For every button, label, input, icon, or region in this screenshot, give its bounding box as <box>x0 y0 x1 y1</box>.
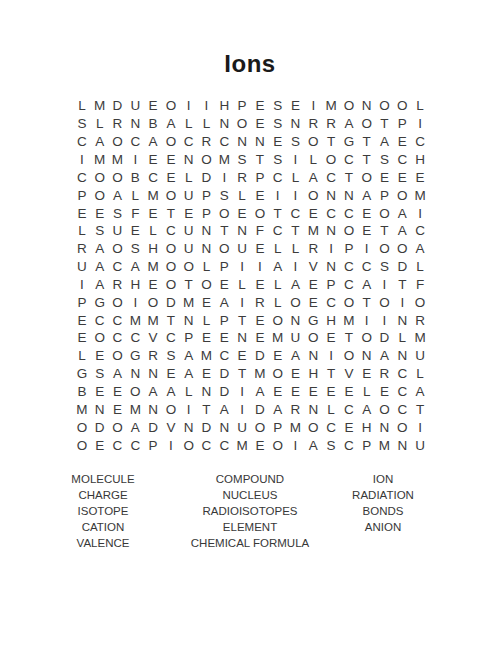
grid-cell[interactable]: R <box>109 115 127 133</box>
grid-cell[interactable]: A <box>304 436 322 454</box>
grid-cell[interactable]: U <box>233 240 251 258</box>
grid-cell[interactable]: O <box>251 204 269 222</box>
grid-cell[interactable]: O <box>287 293 305 311</box>
grid-cell[interactable]: G <box>340 133 358 151</box>
grid-cell[interactable]: O <box>358 168 376 186</box>
grid-cell[interactable]: D <box>393 258 411 276</box>
grid-cell[interactable]: T <box>269 204 287 222</box>
grid-cell[interactable]: I <box>251 258 269 276</box>
grid-cell[interactable]: A <box>287 276 305 294</box>
grid-cell[interactable]: D <box>162 293 180 311</box>
grid-cell[interactable]: N <box>144 365 162 383</box>
grid-cell[interactable]: I <box>287 436 305 454</box>
grid-cell[interactable]: C <box>287 204 305 222</box>
grid-cell[interactable]: C <box>109 436 127 454</box>
grid-cell[interactable]: N <box>322 222 340 240</box>
grid-cell[interactable]: O <box>91 186 109 204</box>
grid-cell[interactable]: A <box>411 240 429 258</box>
grid-cell[interactable]: R <box>251 293 269 311</box>
grid-cell[interactable]: E <box>91 204 109 222</box>
grid-cell[interactable]: O <box>180 436 198 454</box>
grid-cell[interactable]: H <box>215 97 233 115</box>
grid-cell[interactable]: A <box>91 276 109 294</box>
grid-cell[interactable]: E <box>411 168 429 186</box>
grid-cell[interactable]: T <box>322 133 340 151</box>
grid-cell[interactable]: E <box>269 347 287 365</box>
grid-cell[interactable]: N <box>198 240 216 258</box>
grid-cell[interactable]: E <box>304 383 322 401</box>
grid-cell[interactable]: D <box>198 168 216 186</box>
grid-cell[interactable]: M <box>144 186 162 204</box>
grid-cell[interactable]: L <box>304 151 322 169</box>
grid-cell[interactable]: S <box>91 365 109 383</box>
grid-cell[interactable]: O <box>393 186 411 204</box>
grid-cell[interactable]: V <box>304 258 322 276</box>
grid-cell[interactable]: E <box>233 204 251 222</box>
grid-cell[interactable]: L <box>393 329 411 347</box>
grid-cell[interactable]: E <box>91 347 109 365</box>
grid-cell[interactable]: O <box>376 240 394 258</box>
grid-cell[interactable]: O <box>215 204 233 222</box>
grid-cell[interactable]: I <box>411 418 429 436</box>
grid-cell[interactable]: C <box>340 400 358 418</box>
grid-cell[interactable]: E <box>233 347 251 365</box>
grid-cell[interactable]: N <box>180 151 198 169</box>
grid-cell[interactable]: O <box>358 115 376 133</box>
grid-cell[interactable]: U <box>411 347 429 365</box>
grid-cell[interactable]: F <box>126 204 144 222</box>
grid-cell[interactable]: C <box>109 258 127 276</box>
grid-cell[interactable]: A <box>358 186 376 204</box>
grid-cell[interactable]: T <box>411 400 429 418</box>
grid-cell[interactable]: M <box>126 400 144 418</box>
grid-cell[interactable]: E <box>393 168 411 186</box>
grid-cell[interactable]: O <box>393 97 411 115</box>
grid-cell[interactable]: F <box>411 276 429 294</box>
grid-cell[interactable]: A <box>91 258 109 276</box>
grid-cell[interactable]: O <box>91 329 109 347</box>
grid-cell[interactable]: U <box>287 329 305 347</box>
grid-cell[interactable]: G <box>126 347 144 365</box>
grid-cell[interactable]: O <box>340 222 358 240</box>
grid-cell[interactable]: M <box>215 151 233 169</box>
grid-cell[interactable]: R <box>144 347 162 365</box>
grid-cell[interactable]: L <box>233 186 251 204</box>
grid-cell[interactable]: S <box>376 151 394 169</box>
grid-cell[interactable]: E <box>251 97 269 115</box>
grid-cell[interactable]: E <box>358 222 376 240</box>
grid-cell[interactable]: C <box>126 329 144 347</box>
grid-cell[interactable]: O <box>73 418 91 436</box>
grid-cell[interactable]: O <box>180 258 198 276</box>
grid-cell[interactable]: O <box>269 436 287 454</box>
grid-cell[interactable]: C <box>322 293 340 311</box>
grid-cell[interactable]: O <box>198 151 216 169</box>
grid-cell[interactable]: I <box>287 151 305 169</box>
grid-cell[interactable]: E <box>144 204 162 222</box>
grid-cell[interactable]: A <box>126 258 144 276</box>
grid-cell[interactable]: M <box>251 365 269 383</box>
grid-cell[interactable]: F <box>251 222 269 240</box>
grid-cell[interactable]: T <box>287 222 305 240</box>
grid-cell[interactable]: C <box>198 436 216 454</box>
grid-cell[interactable]: I <box>233 383 251 401</box>
grid-cell[interactable]: I <box>180 97 198 115</box>
grid-cell[interactable]: M <box>304 222 322 240</box>
grid-cell[interactable]: E <box>109 383 127 401</box>
grid-cell[interactable]: S <box>322 436 340 454</box>
grid-cell[interactable]: E <box>269 133 287 151</box>
grid-cell[interactable]: O <box>109 293 127 311</box>
grid-cell[interactable]: P <box>215 258 233 276</box>
grid-cell[interactable]: A <box>215 293 233 311</box>
grid-cell[interactable]: L <box>287 240 305 258</box>
grid-cell[interactable]: E <box>269 383 287 401</box>
grid-cell[interactable]: S <box>287 133 305 151</box>
grid-cell[interactable]: R <box>73 240 91 258</box>
grid-cell[interactable]: E <box>393 133 411 151</box>
grid-cell[interactable]: R <box>109 276 127 294</box>
grid-cell[interactable]: I <box>198 97 216 115</box>
grid-cell[interactable]: M <box>322 97 340 115</box>
grid-cell[interactable]: T <box>358 151 376 169</box>
grid-cell[interactable]: E <box>251 276 269 294</box>
grid-cell[interactable]: N <box>376 418 394 436</box>
grid-cell[interactable]: A <box>144 383 162 401</box>
grid-cell[interactable]: S <box>162 347 180 365</box>
grid-cell[interactable]: E <box>251 186 269 204</box>
grid-cell[interactable]: I <box>162 436 180 454</box>
grid-cell[interactable]: E <box>109 400 127 418</box>
grid-cell[interactable]: A <box>109 186 127 204</box>
grid-cell[interactable]: C <box>162 329 180 347</box>
grid-cell[interactable]: O <box>376 97 394 115</box>
grid-cell[interactable]: P <box>73 293 91 311</box>
grid-cell[interactable]: C <box>411 133 429 151</box>
grid-cell[interactable]: C <box>109 311 127 329</box>
grid-cell[interactable]: I <box>411 204 429 222</box>
grid-cell[interactable]: O <box>322 151 340 169</box>
grid-cell[interactable]: L <box>269 276 287 294</box>
grid-cell[interactable]: L <box>198 258 216 276</box>
grid-cell[interactable]: M <box>109 151 127 169</box>
grid-cell[interactable]: A <box>269 258 287 276</box>
grid-cell[interactable]: A <box>126 418 144 436</box>
grid-cell[interactable]: O <box>109 240 127 258</box>
grid-cell[interactable]: N <box>180 418 198 436</box>
grid-cell[interactable]: M <box>411 329 429 347</box>
grid-cell[interactable]: N <box>215 418 233 436</box>
grid-cell[interactable]: N <box>287 311 305 329</box>
grid-cell[interactable]: U <box>73 258 91 276</box>
grid-cell[interactable]: E <box>162 151 180 169</box>
grid-cell[interactable]: S <box>73 115 91 133</box>
grid-cell[interactable]: R <box>322 115 340 133</box>
grid-cell[interactable]: C <box>180 133 198 151</box>
grid-cell[interactable]: A <box>393 222 411 240</box>
grid-cell[interactable]: P <box>180 329 198 347</box>
grid-cell[interactable]: O <box>393 240 411 258</box>
grid-cell[interactable]: D <box>109 97 127 115</box>
grid-cell[interactable]: G <box>91 293 109 311</box>
grid-cell[interactable]: O <box>304 329 322 347</box>
grid-cell[interactable]: I <box>73 276 91 294</box>
grid-cell[interactable]: L <box>411 258 429 276</box>
grid-cell[interactable]: C <box>340 204 358 222</box>
grid-cell[interactable]: B <box>126 168 144 186</box>
grid-cell[interactable]: L <box>322 400 340 418</box>
grid-cell[interactable]: I <box>358 240 376 258</box>
grid-cell[interactable]: E <box>162 365 180 383</box>
grid-cell[interactable]: O <box>162 97 180 115</box>
grid-cell[interactable]: P <box>251 168 269 186</box>
grid-cell[interactable]: C <box>126 133 144 151</box>
grid-cell[interactable]: N <box>126 115 144 133</box>
grid-cell[interactable]: O <box>340 347 358 365</box>
grid-cell[interactable]: I <box>322 347 340 365</box>
grid-cell[interactable]: N <box>144 400 162 418</box>
grid-cell[interactable]: O <box>144 293 162 311</box>
grid-cell[interactable]: T <box>393 276 411 294</box>
grid-cell[interactable]: U <box>126 97 144 115</box>
grid-cell[interactable]: C <box>126 436 144 454</box>
grid-cell[interactable]: L <box>411 97 429 115</box>
grid-cell[interactable]: E <box>144 276 162 294</box>
grid-cell[interactable]: H <box>411 151 429 169</box>
grid-cell[interactable]: L <box>73 222 91 240</box>
grid-cell[interactable]: L <box>91 115 109 133</box>
grid-cell[interactable]: I <box>287 258 305 276</box>
grid-cell[interactable]: D <box>376 329 394 347</box>
grid-cell[interactable]: E <box>73 329 91 347</box>
grid-cell[interactable]: O <box>411 293 429 311</box>
grid-cell[interactable]: M <box>340 311 358 329</box>
grid-cell[interactable]: E <box>251 436 269 454</box>
grid-cell[interactable]: M <box>144 258 162 276</box>
grid-cell[interactable]: P <box>215 311 233 329</box>
grid-cell[interactable]: A <box>376 347 394 365</box>
grid-cell[interactable]: L <box>180 383 198 401</box>
grid-cell[interactable]: N <box>304 400 322 418</box>
grid-cell[interactable]: V <box>162 418 180 436</box>
grid-cell[interactable]: C <box>411 222 429 240</box>
grid-cell[interactable]: U <box>180 222 198 240</box>
grid-cell[interactable]: C <box>393 400 411 418</box>
grid-cell[interactable]: N <box>393 436 411 454</box>
grid-cell[interactable]: M <box>73 400 91 418</box>
grid-cell[interactable]: A <box>251 383 269 401</box>
grid-cell[interactable]: E <box>144 97 162 115</box>
grid-cell[interactable]: N <box>233 133 251 151</box>
grid-cell[interactable]: O <box>304 133 322 151</box>
grid-cell[interactable]: N <box>233 329 251 347</box>
grid-cell[interactable]: A <box>91 133 109 151</box>
grid-cell[interactable]: L <box>287 168 305 186</box>
grid-cell[interactable]: O <box>73 436 91 454</box>
grid-cell[interactable]: C <box>393 365 411 383</box>
grid-cell[interactable]: E <box>376 383 394 401</box>
grid-cell[interactable]: O <box>198 276 216 294</box>
grid-cell[interactable]: H <box>126 276 144 294</box>
grid-cell[interactable]: I <box>126 293 144 311</box>
grid-cell[interactable]: V <box>144 329 162 347</box>
grid-cell[interactable]: G <box>304 311 322 329</box>
grid-cell[interactable]: C <box>340 151 358 169</box>
grid-cell[interactable]: U <box>233 418 251 436</box>
grid-cell[interactable]: O <box>393 418 411 436</box>
grid-cell[interactable]: I <box>233 293 251 311</box>
grid-cell[interactable]: I <box>180 400 198 418</box>
grid-cell[interactable]: T <box>322 365 340 383</box>
grid-cell[interactable]: O <box>109 168 127 186</box>
grid-cell[interactable]: T <box>162 311 180 329</box>
grid-cell[interactable]: O <box>109 347 127 365</box>
grid-cell[interactable]: N <box>358 347 376 365</box>
grid-cell[interactable]: C <box>73 168 91 186</box>
grid-cell[interactable]: A <box>393 204 411 222</box>
grid-cell[interactable]: H <box>358 418 376 436</box>
grid-cell[interactable]: A <box>358 276 376 294</box>
grid-cell[interactable]: D <box>251 347 269 365</box>
grid-cell[interactable]: C <box>322 418 340 436</box>
grid-cell[interactable]: N <box>126 365 144 383</box>
grid-cell[interactable]: P <box>269 418 287 436</box>
grid-cell[interactable]: O <box>91 168 109 186</box>
grid-cell[interactable]: M <box>91 97 109 115</box>
grid-cell[interactable]: M <box>91 151 109 169</box>
grid-cell[interactable]: I <box>126 151 144 169</box>
grid-cell[interactable]: R <box>411 311 429 329</box>
grid-cell[interactable]: E <box>162 168 180 186</box>
grid-cell[interactable]: E <box>251 240 269 258</box>
grid-cell[interactable]: N <box>91 400 109 418</box>
grid-cell[interactable]: S <box>269 97 287 115</box>
grid-cell[interactable]: O <box>340 97 358 115</box>
grid-cell[interactable]: S <box>269 151 287 169</box>
grid-cell[interactable]: N <box>304 347 322 365</box>
grid-cell[interactable]: E <box>322 329 340 347</box>
grid-cell[interactable]: N <box>322 258 340 276</box>
grid-cell[interactable]: P <box>376 186 394 204</box>
grid-cell[interactable]: V <box>340 365 358 383</box>
grid-cell[interactable]: O <box>162 400 180 418</box>
grid-cell[interactable]: N <box>215 115 233 133</box>
grid-cell[interactable]: O <box>126 383 144 401</box>
grid-cell[interactable]: T <box>340 168 358 186</box>
grid-cell[interactable]: I <box>322 240 340 258</box>
grid-cell[interactable]: E <box>251 115 269 133</box>
grid-cell[interactable]: C <box>162 222 180 240</box>
grid-cell[interactable]: E <box>215 329 233 347</box>
grid-cell[interactable]: L <box>198 311 216 329</box>
grid-cell[interactable]: L <box>233 276 251 294</box>
grid-cell[interactable]: M <box>411 186 429 204</box>
grid-cell[interactable]: P <box>198 204 216 222</box>
grid-cell[interactable]: E <box>251 311 269 329</box>
grid-cell[interactable]: T <box>340 329 358 347</box>
grid-cell[interactable]: E <box>198 365 216 383</box>
grid-cell[interactable]: D <box>198 418 216 436</box>
grid-cell[interactable]: A <box>215 400 233 418</box>
grid-cell[interactable]: M <box>376 436 394 454</box>
grid-cell[interactable]: O <box>269 311 287 329</box>
grid-cell[interactable]: R <box>304 115 322 133</box>
grid-cell[interactable]: E <box>180 204 198 222</box>
grid-cell[interactable]: I <box>376 311 394 329</box>
grid-cell[interactable]: C <box>144 168 162 186</box>
grid-cell[interactable]: E <box>91 436 109 454</box>
grid-cell[interactable]: H <box>322 311 340 329</box>
grid-cell[interactable]: L <box>73 347 91 365</box>
grid-cell[interactable]: S <box>233 151 251 169</box>
grid-cell[interactable]: I <box>287 186 305 204</box>
grid-cell[interactable]: A <box>144 133 162 151</box>
grid-cell[interactable]: A <box>180 347 198 365</box>
grid-cell[interactable]: I <box>304 97 322 115</box>
grid-cell[interactable]: O <box>109 133 127 151</box>
grid-cell[interactable]: C <box>73 133 91 151</box>
grid-cell[interactable]: P <box>340 240 358 258</box>
grid-cell[interactable]: E <box>340 418 358 436</box>
grid-cell[interactable]: N <box>393 311 411 329</box>
grid-cell[interactable]: S <box>126 240 144 258</box>
grid-cell[interactable]: I <box>393 293 411 311</box>
grid-cell[interactable]: P <box>73 186 91 204</box>
grid-cell[interactable]: O <box>162 133 180 151</box>
grid-cell[interactable]: P <box>393 115 411 133</box>
grid-cell[interactable]: A <box>91 240 109 258</box>
grid-cell[interactable]: I <box>73 151 91 169</box>
grid-cell[interactable]: I <box>233 400 251 418</box>
grid-cell[interactable]: C <box>340 436 358 454</box>
grid-cell[interactable]: O <box>251 418 269 436</box>
grid-cell[interactable]: N <box>198 222 216 240</box>
grid-cell[interactable]: C <box>215 436 233 454</box>
grid-cell[interactable]: O <box>162 240 180 258</box>
grid-cell[interactable]: A <box>287 347 305 365</box>
grid-cell[interactable]: E <box>126 222 144 240</box>
grid-cell[interactable]: T <box>376 115 394 133</box>
grid-cell[interactable]: L <box>144 222 162 240</box>
grid-cell[interactable]: N <box>322 186 340 204</box>
grid-cell[interactable]: N <box>180 311 198 329</box>
grid-cell[interactable]: P <box>322 276 340 294</box>
grid-cell[interactable]: D <box>251 400 269 418</box>
grid-cell[interactable]: S <box>376 258 394 276</box>
grid-cell[interactable]: I <box>358 311 376 329</box>
grid-cell[interactable]: O <box>376 293 394 311</box>
grid-cell[interactable]: S <box>91 222 109 240</box>
grid-cell[interactable]: A <box>269 400 287 418</box>
grid-cell[interactable]: T <box>233 365 251 383</box>
grid-cell[interactable]: O <box>162 258 180 276</box>
grid-cell[interactable]: E <box>358 204 376 222</box>
grid-cell[interactable]: E <box>215 276 233 294</box>
grid-cell[interactable]: U <box>411 436 429 454</box>
grid-cell[interactable]: C <box>269 168 287 186</box>
grid-cell[interactable]: O <box>162 276 180 294</box>
grid-cell[interactable]: L <box>180 115 198 133</box>
grid-cell[interactable]: E <box>376 168 394 186</box>
grid-cell[interactable]: C <box>340 258 358 276</box>
grid-cell[interactable]: O <box>376 400 394 418</box>
grid-cell[interactable]: R <box>376 365 394 383</box>
grid-cell[interactable]: N <box>393 347 411 365</box>
grid-cell[interactable]: G <box>73 365 91 383</box>
grid-cell[interactable]: A <box>180 365 198 383</box>
grid-cell[interactable]: L <box>411 365 429 383</box>
grid-cell[interactable]: C <box>269 222 287 240</box>
